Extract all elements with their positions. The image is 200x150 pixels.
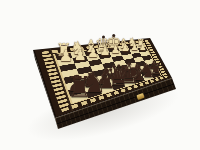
- chess-set-photo: ♜♞♝♛♚♝♞♜♟♟♟♟♟♟♟♟♟♟♟♟♟♟♟♟♜♞♝♛♚♝♞♜: [0, 0, 200, 150]
- corner-rosette: [163, 75, 168, 79]
